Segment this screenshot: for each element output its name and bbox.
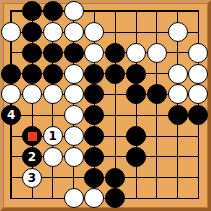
- white-stone: [168, 64, 188, 84]
- black-stone: [22, 126, 42, 146]
- white-stone: [64, 22, 84, 42]
- black-stone: [84, 168, 104, 188]
- black-stone: [64, 43, 84, 63]
- go-board: 4123: [0, 0, 211, 211]
- move-number-label: 1: [49, 130, 57, 142]
- white-stone: [147, 43, 167, 63]
- white-stone: [64, 147, 84, 167]
- grid-line-v: [136, 10, 137, 199]
- white-stone: 3: [22, 168, 42, 188]
- white-stone: [64, 105, 84, 125]
- black-stone: 2: [22, 147, 42, 167]
- black-stone: [168, 105, 188, 125]
- white-stone: [64, 84, 84, 104]
- white-stone: [64, 126, 84, 146]
- white-stone: [168, 22, 188, 42]
- move-number-label: 3: [28, 172, 36, 184]
- black-stone: [22, 64, 42, 84]
- black-stone: [84, 64, 104, 84]
- black-stone: [105, 168, 125, 188]
- white-stone: [64, 1, 84, 21]
- white-stone: [168, 84, 188, 104]
- white-stone: [64, 64, 84, 84]
- black-stone: [126, 126, 146, 146]
- white-stone: [126, 43, 146, 63]
- black-stone: [22, 43, 42, 63]
- move-number-label: 4: [7, 109, 15, 121]
- white-stone: [188, 64, 208, 84]
- black-stone: [105, 43, 125, 63]
- black-stone: [126, 64, 146, 84]
- move-number-label: 2: [28, 151, 36, 163]
- black-stone: [43, 64, 63, 84]
- red-square-marker: [28, 132, 37, 141]
- white-stone: [64, 188, 84, 208]
- black-stone: [105, 64, 125, 84]
- black-stone: [1, 64, 21, 84]
- black-stone: [43, 43, 63, 63]
- grid-line-v: [156, 10, 157, 199]
- black-stone: [126, 147, 146, 167]
- black-stone: [43, 1, 63, 21]
- white-stone: 1: [43, 126, 63, 146]
- white-stone: [43, 147, 63, 167]
- white-stone: [43, 22, 63, 42]
- black-stone: [22, 22, 42, 42]
